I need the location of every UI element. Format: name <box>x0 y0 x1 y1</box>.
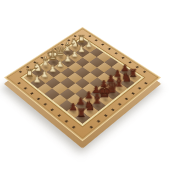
black-rook: ♜ <box>76 107 86 118</box>
white-pawn: ♟ <box>32 74 41 84</box>
square-h2: ♟ <box>31 78 46 89</box>
photo-canvas: ♜♞♝♛♚♝♞♜♟♟♟♟♟♟♟♟♟♟♟♟♟♟♟♟♜♞♝♛♚♝♞♜ <box>0 0 170 170</box>
chess-set-photo: ♜♞♝♛♚♝♞♜♟♟♟♟♟♟♟♟♟♟♟♟♟♟♟♟♜♞♝♛♚♝♞♜ <box>27 22 138 133</box>
board-frame: ♜♞♝♛♚♝♞♜♟♟♟♟♟♟♟♟♟♟♟♟♟♟♟♟♜♞♝♛♚♝♞♜ <box>4 27 161 141</box>
chess-board: ♜♞♝♛♚♝♞♜♟♟♟♟♟♟♟♟♟♟♟♟♟♟♟♟♜♞♝♛♚♝♞♜ <box>4 27 161 141</box>
